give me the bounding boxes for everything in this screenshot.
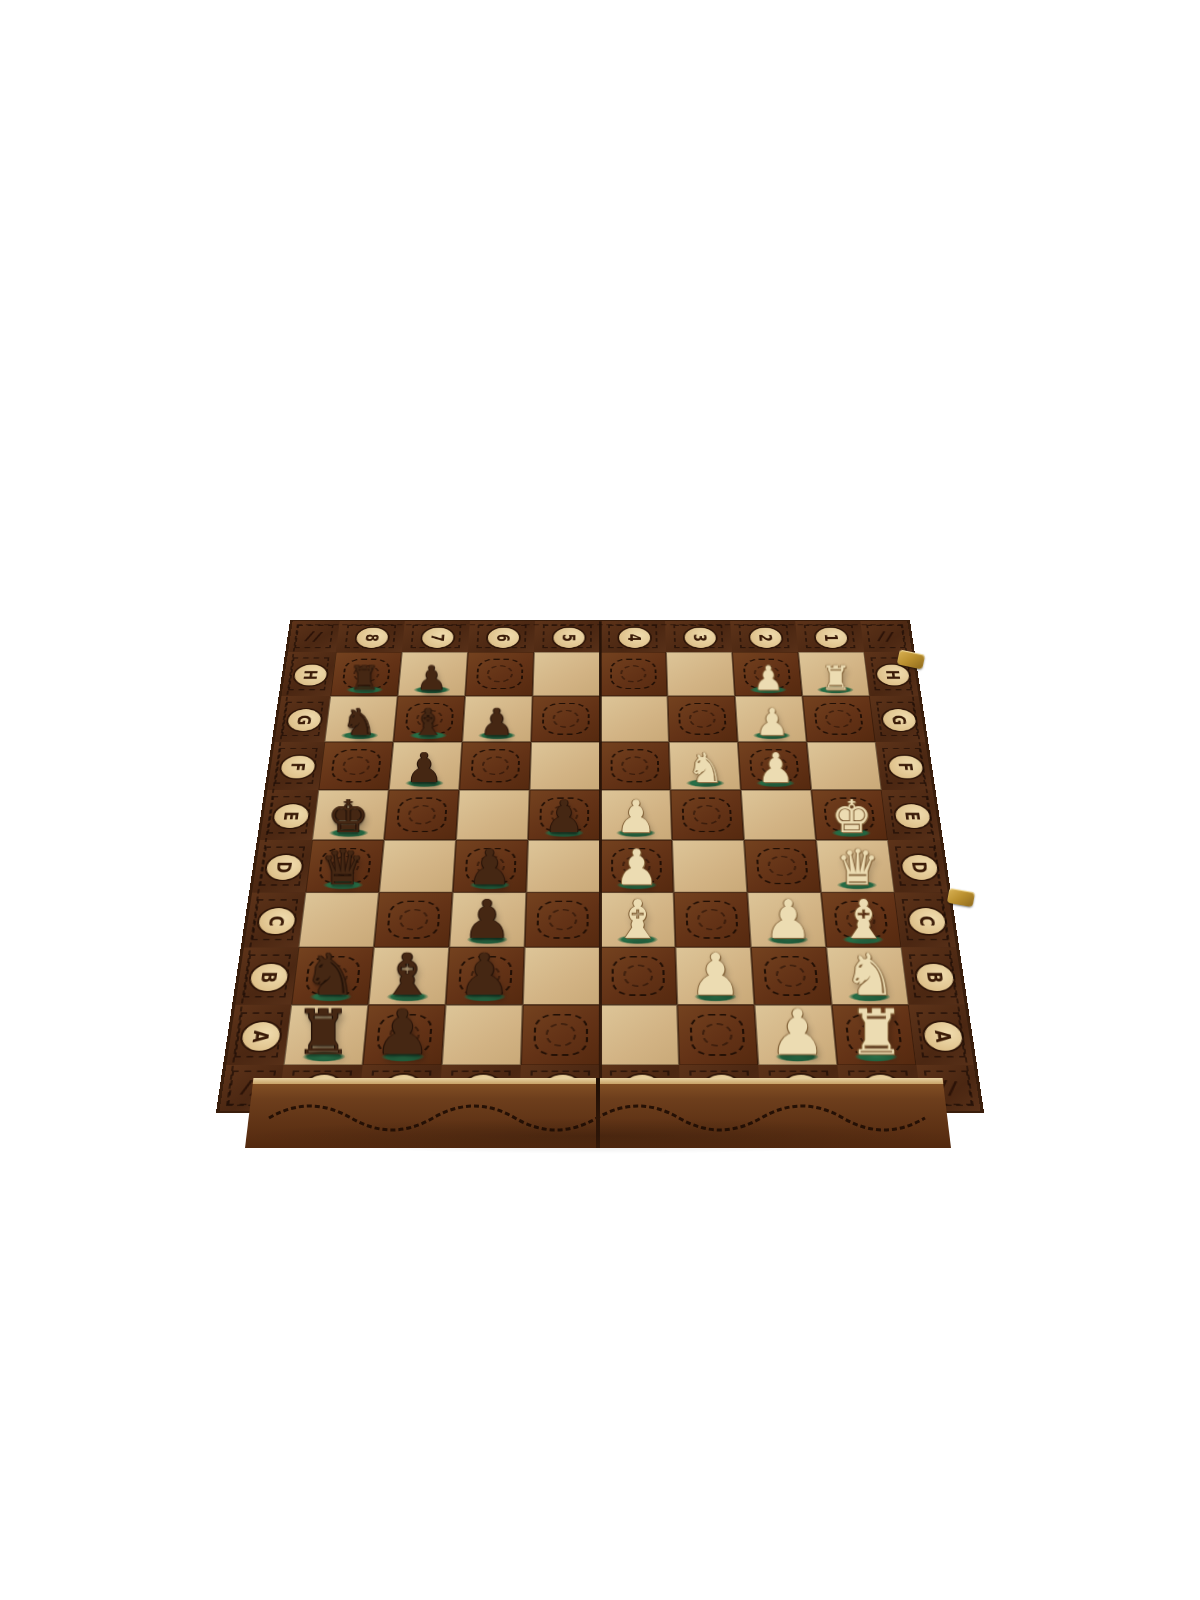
square-e3[interactable] [670,790,744,840]
square-h2[interactable]: ♟ [732,652,802,696]
page: { "game": "chess", "scene": "overhead-an… [0,0,1200,1600]
square-g6[interactable]: ♟ [462,696,532,742]
file-label-circle: G [285,708,324,732]
rank-label-circle: 7 [420,627,456,649]
square-f3[interactable]: ♞ [669,742,741,790]
file-label-left-G: G [275,696,331,742]
piece-white-pawn-e4[interactable]: ♟ [600,794,672,839]
square-c8[interactable] [298,892,379,947]
piece-black-pawn-g6[interactable]: ♟ [462,704,531,741]
file-label-circle: A [921,1021,967,1053]
square-a5[interactable] [521,1005,600,1065]
piece-white-knight-f3[interactable]: ♞ [670,748,740,789]
piece-black-pawn-d6[interactable]: ♟ [453,842,527,891]
rank-label-circle: 6 [485,627,521,649]
file-label-circle: H [291,663,329,686]
piece-black-pawn-b6[interactable]: ♟ [446,946,523,1004]
rank-label-circle: 3 [682,627,718,649]
corner-mark-glyph: // [877,629,895,645]
file-label-right-F: F [876,742,933,790]
square-f5[interactable] [530,742,600,790]
file-label-left-E: E [260,790,318,840]
file-label-circle: D [899,854,941,882]
square-b6[interactable]: ♟ [446,947,525,1005]
rank-label-top-8: 8 [336,621,405,652]
file-label-circle: F [886,754,926,779]
square-g8[interactable]: ♞ [324,696,397,742]
square-a6[interactable] [442,1005,523,1065]
piece-black-pawn-h7[interactable]: ♟ [398,662,465,696]
square-b4[interactable] [600,947,677,1005]
square-e8[interactable]: ♚ [312,790,389,840]
square-c5[interactable] [525,892,600,947]
square-e7[interactable] [384,790,459,840]
piece-white-pawn-g2[interactable]: ♟ [738,704,807,741]
square-d2[interactable] [744,840,821,892]
square-d7[interactable] [379,840,456,892]
corner-mark: // [860,621,912,652]
square-a2[interactable]: ♟ [754,1005,837,1065]
square-a4[interactable] [600,1005,679,1065]
piece-white-pawn-h2[interactable]: ♟ [735,662,802,696]
file-label-circle: F [278,754,318,779]
file-label-left-D: D [252,840,312,892]
file-label-circle: E [271,803,312,829]
piece-black-pawn-a7[interactable]: ♟ [363,1002,442,1065]
piece-black-king-e8[interactable]: ♚ [312,794,384,839]
square-h1[interactable]: ♜ [798,652,870,696]
square-b5[interactable] [523,947,600,1005]
square-e6[interactable] [456,790,530,840]
piece-white-rook-a1[interactable]: ♜ [837,1002,916,1065]
file-label-circle: C [255,907,298,936]
piece-black-rook-h8[interactable]: ♜ [330,662,397,696]
file-label-circle: D [263,854,305,882]
piece-black-pawn-e5[interactable]: ♟ [528,794,600,839]
square-f8[interactable] [318,742,393,790]
square-e1[interactable]: ♚ [811,790,888,840]
rank-label-circle: 1 [813,627,850,649]
square-c6[interactable]: ♟ [449,892,526,947]
file-label-right-D: D [888,840,948,892]
file-label-right-E: E [882,790,940,840]
square-d5[interactable] [526,840,600,892]
piece-black-bishop-g7[interactable]: ♝ [394,704,463,741]
piece-black-queen-d8[interactable]: ♛ [306,842,380,891]
brass-latch-icon [947,888,975,907]
square-c7[interactable] [374,892,453,947]
square-a7[interactable]: ♟ [363,1005,446,1065]
square-g5[interactable] [531,696,600,742]
file-label-circle: C [906,907,949,936]
piece-black-knight-g8[interactable]: ♞ [325,704,394,741]
piece-white-bishop-c4[interactable]: ♝ [600,893,675,946]
square-h7[interactable]: ♟ [398,652,468,696]
file-label-circle: E [892,803,933,829]
file-label-circle: B [247,962,291,992]
rank-label-top-5: 5 [534,621,600,652]
square-g4[interactable] [600,696,669,742]
piece-white-rook-h1[interactable]: ♜ [802,662,869,696]
square-d8[interactable]: ♛ [305,840,384,892]
square-h4[interactable] [600,652,667,696]
piece-white-pawn-d4[interactable]: ♟ [600,842,674,891]
square-f2[interactable]: ♟ [738,742,811,790]
file-label-left-C: C [244,892,305,947]
rank-label-top-7: 7 [402,621,470,652]
rank-label-circle: 8 [354,627,391,649]
piece-white-bishop-c1[interactable]: ♝ [826,893,901,946]
square-g3[interactable] [667,696,737,742]
file-label-left-H: H [282,652,336,696]
piece-white-pawn-c2[interactable]: ♟ [751,893,826,946]
square-a3[interactable] [677,1005,758,1065]
square-a1[interactable]: ♜ [832,1005,917,1065]
corner-mark: // [288,621,340,652]
square-c4[interactable]: ♝ [600,892,675,947]
square-d3[interactable] [672,840,747,892]
file-label-left-A: A [226,1005,291,1065]
square-a8[interactable]: ♜ [283,1005,368,1065]
square-e2[interactable] [741,790,816,840]
piece-white-pawn-a2[interactable]: ♟ [758,1002,837,1065]
square-e5[interactable]: ♟ [528,790,600,840]
file-label-right-G: G [870,696,926,742]
square-f4[interactable] [600,742,670,790]
piece-white-queen-d1[interactable]: ♛ [821,842,895,891]
square-g1[interactable] [802,696,875,742]
square-f6[interactable] [459,742,531,790]
piece-black-pawn-f7[interactable]: ♟ [389,748,459,789]
file-label-left-B: B [235,947,298,1005]
square-d1[interactable]: ♛ [816,840,895,892]
rank-label-top-2: 2 [730,621,798,652]
file-label-circle: H [874,663,912,686]
square-h8[interactable]: ♜ [330,652,402,696]
rank-label-circle: 5 [551,627,586,649]
rank-label-top-6: 6 [468,621,535,652]
square-d6[interactable]: ♟ [453,840,528,892]
square-b3[interactable]: ♟ [675,947,754,1005]
square-g7[interactable]: ♝ [393,696,465,742]
rank-label-circle: 2 [748,627,784,649]
square-c1[interactable]: ♝ [821,892,902,947]
corner-mark-glyph: // [303,629,324,645]
rank-label-top-3: 3 [665,621,732,652]
square-c3[interactable] [674,892,751,947]
file-label-circle: A [238,1021,284,1053]
square-h6[interactable] [465,652,534,696]
piece-white-pawn-f2[interactable]: ♟ [741,748,811,789]
file-label-right-B: B [902,947,965,1005]
square-f7[interactable]: ♟ [389,742,462,790]
piece-white-king-e1[interactable]: ♚ [816,794,888,839]
board-shadow [240,1118,956,1154]
square-c2[interactable]: ♟ [747,892,826,947]
piece-white-pawn-b3[interactable]: ♟ [677,946,754,1004]
piece-black-pawn-c6[interactable]: ♟ [449,893,524,946]
square-f1[interactable] [807,742,882,790]
rank-label-top-1: 1 [795,621,864,652]
square-g2[interactable]: ♟ [735,696,807,742]
file-label-circle: G [880,708,919,732]
file-label-left-F: F [267,742,324,790]
piece-black-rook-a8[interactable]: ♜ [284,1002,363,1065]
file-label-right-A: A [909,1005,974,1065]
rank-label-circle: 4 [617,627,652,649]
square-d4[interactable]: ♟ [600,840,674,892]
square-h5[interactable] [533,652,600,696]
rank-label-top-4: 4 [600,621,666,652]
square-h3[interactable] [666,652,735,696]
square-e4[interactable]: ♟ [600,790,672,840]
chessboard[interactable]: //87654321//H♜♟♟♜HG♞♝♟♟GF♟♞♟FE♚♟♟♚ED♛♟♟♛… [220,621,981,1110]
file-label-circle: B [913,962,958,992]
